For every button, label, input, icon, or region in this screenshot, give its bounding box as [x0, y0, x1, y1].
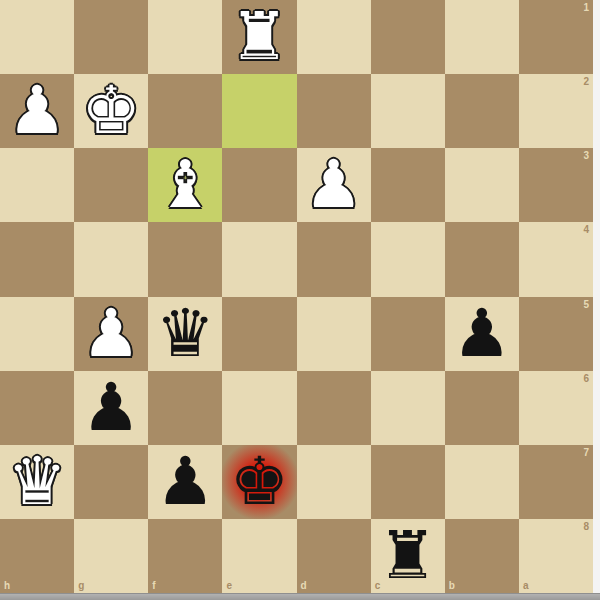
square-c4[interactable]: [371, 222, 445, 296]
square-h3[interactable]: [0, 148, 74, 222]
square-d8[interactable]: d: [297, 519, 371, 593]
square-f1[interactable]: [148, 0, 222, 74]
square-c8[interactable]: ♜c: [371, 519, 445, 593]
square-a6[interactable]: 6: [519, 371, 593, 445]
chess-board: ♜1♟♚2♝♟34♟♛♟5♟6♛♟♚7hgfed♜cb8a: [0, 0, 593, 593]
file-label-g: g: [78, 580, 84, 591]
rank-label-8: 8: [583, 521, 589, 532]
square-h6[interactable]: [0, 371, 74, 445]
square-c3[interactable]: [371, 148, 445, 222]
square-d4[interactable]: [297, 222, 371, 296]
square-g7[interactable]: [74, 445, 148, 519]
square-e3[interactable]: [222, 148, 296, 222]
file-label-f: f: [152, 580, 155, 591]
square-d3[interactable]: ♟: [297, 148, 371, 222]
white-rook[interactable]: ♜: [230, 0, 289, 74]
square-h2[interactable]: ♟: [0, 74, 74, 148]
square-f6[interactable]: [148, 371, 222, 445]
black-king[interactable]: ♚: [230, 445, 289, 519]
square-d6[interactable]: [297, 371, 371, 445]
file-label-b: b: [449, 580, 455, 591]
square-g3[interactable]: [74, 148, 148, 222]
square-g5[interactable]: ♟: [74, 297, 148, 371]
square-b1[interactable]: [445, 0, 519, 74]
square-f8[interactable]: f: [148, 519, 222, 593]
rank-label-5: 5: [583, 299, 589, 310]
file-label-c: c: [375, 580, 381, 591]
rank-label-3: 3: [583, 150, 589, 161]
square-e8[interactable]: e: [222, 519, 296, 593]
right-gutter: [593, 0, 600, 593]
square-c5[interactable]: [371, 297, 445, 371]
square-a8[interactable]: 8a: [519, 519, 593, 593]
square-g6[interactable]: ♟: [74, 371, 148, 445]
square-b3[interactable]: [445, 148, 519, 222]
rank-label-6: 6: [583, 373, 589, 384]
black-pawn[interactable]: ♟: [82, 371, 141, 445]
rank-label-7: 7: [583, 447, 589, 458]
square-c6[interactable]: [371, 371, 445, 445]
square-b6[interactable]: [445, 371, 519, 445]
square-d5[interactable]: [297, 297, 371, 371]
square-e1[interactable]: ♜: [222, 0, 296, 74]
rank-label-1: 1: [583, 2, 589, 13]
square-b4[interactable]: [445, 222, 519, 296]
square-h1[interactable]: [0, 0, 74, 74]
square-c1[interactable]: [371, 0, 445, 74]
white-pawn[interactable]: ♟: [304, 148, 363, 222]
black-pawn[interactable]: ♟: [452, 297, 511, 371]
square-f3[interactable]: ♝: [148, 148, 222, 222]
square-a1[interactable]: 1: [519, 0, 593, 74]
square-b8[interactable]: b: [445, 519, 519, 593]
file-label-a: a: [523, 580, 529, 591]
square-h8[interactable]: h: [0, 519, 74, 593]
square-g1[interactable]: [74, 0, 148, 74]
square-f4[interactable]: [148, 222, 222, 296]
square-a4[interactable]: 4: [519, 222, 593, 296]
square-a7[interactable]: 7: [519, 445, 593, 519]
square-d7[interactable]: [297, 445, 371, 519]
square-e5[interactable]: [222, 297, 296, 371]
square-d1[interactable]: [297, 0, 371, 74]
white-pawn[interactable]: ♟: [82, 297, 141, 371]
square-g8[interactable]: g: [74, 519, 148, 593]
square-h4[interactable]: [0, 222, 74, 296]
square-g4[interactable]: [74, 222, 148, 296]
square-h7[interactable]: ♛: [0, 445, 74, 519]
rank-label-2: 2: [583, 76, 589, 87]
square-c2[interactable]: [371, 74, 445, 148]
square-d2[interactable]: [297, 74, 371, 148]
black-pawn[interactable]: ♟: [156, 445, 215, 519]
square-e7[interactable]: ♚: [222, 445, 296, 519]
square-c7[interactable]: [371, 445, 445, 519]
white-king[interactable]: ♚: [82, 74, 141, 148]
square-h5[interactable]: [0, 297, 74, 371]
square-a5[interactable]: 5: [519, 297, 593, 371]
rank-label-4: 4: [583, 224, 589, 235]
black-queen[interactable]: ♛: [156, 297, 215, 371]
square-b5[interactable]: ♟: [445, 297, 519, 371]
square-e4[interactable]: [222, 222, 296, 296]
square-g2[interactable]: ♚: [74, 74, 148, 148]
file-label-h: h: [4, 580, 10, 591]
square-f5[interactable]: ♛: [148, 297, 222, 371]
square-e6[interactable]: [222, 371, 296, 445]
file-label-d: d: [301, 580, 307, 591]
square-a2[interactable]: 2: [519, 74, 593, 148]
square-f2[interactable]: [148, 74, 222, 148]
black-rook[interactable]: ♜: [378, 519, 437, 593]
square-f7[interactable]: ♟: [148, 445, 222, 519]
white-queen[interactable]: ♛: [7, 445, 66, 519]
square-a3[interactable]: 3: [519, 148, 593, 222]
white-bishop[interactable]: ♝: [156, 148, 215, 222]
square-b2[interactable]: [445, 74, 519, 148]
square-e2[interactable]: [222, 74, 296, 148]
bottom-edge-bar: [0, 593, 600, 600]
white-pawn[interactable]: ♟: [7, 74, 66, 148]
file-label-e: e: [226, 580, 232, 591]
square-b7[interactable]: [445, 445, 519, 519]
